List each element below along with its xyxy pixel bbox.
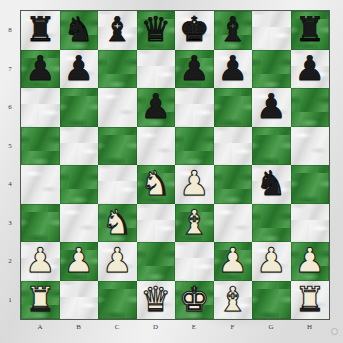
file-label-e: E: [175, 320, 214, 333]
square-b4[interactable]: [60, 165, 99, 204]
square-c5[interactable]: [98, 127, 137, 166]
square-c7[interactable]: [98, 50, 137, 89]
file-label-f: F: [214, 320, 253, 333]
square-g2[interactable]: ♟: [252, 242, 291, 281]
square-h3[interactable]: [291, 204, 330, 243]
black-knight-g4[interactable]: ♞: [256, 165, 286, 203]
square-a5[interactable]: [21, 127, 60, 166]
file-label-h: H: [291, 320, 330, 333]
white-rook-a1[interactable]: ♜: [25, 281, 55, 319]
square-f8[interactable]: ♝: [214, 11, 253, 50]
black-queen-d8[interactable]: ♛: [141, 11, 171, 49]
white-knight-c3[interactable]: ♞: [102, 204, 132, 242]
file-label-g: G: [252, 320, 291, 333]
square-f5[interactable]: [214, 127, 253, 166]
file-label-a: A: [21, 320, 60, 333]
square-h8[interactable]: ♜: [291, 11, 330, 50]
square-b3[interactable]: [60, 204, 99, 243]
file-labels: ABCDEFGH: [21, 320, 329, 333]
black-pawn-g6[interactable]: ♟: [256, 88, 286, 126]
square-e4[interactable]: ♟: [175, 165, 214, 204]
square-d8[interactable]: ♛: [137, 11, 176, 50]
square-g5[interactable]: [252, 127, 291, 166]
square-a4[interactable]: [21, 165, 60, 204]
square-d3[interactable]: [137, 204, 176, 243]
black-bishop-c8[interactable]: ♝: [102, 11, 132, 49]
square-c4[interactable]: [98, 165, 137, 204]
black-knight-b8[interactable]: ♞: [64, 11, 94, 49]
square-b2[interactable]: ♟: [60, 242, 99, 281]
square-e2[interactable]: [175, 242, 214, 281]
square-a8[interactable]: ♜: [21, 11, 60, 50]
square-g8[interactable]: [252, 11, 291, 50]
square-c1[interactable]: [98, 281, 137, 320]
square-h5[interactable]: [291, 127, 330, 166]
black-pawn-b7[interactable]: ♟: [64, 50, 94, 88]
white-pawn-h2[interactable]: ♟: [295, 242, 325, 280]
rank-label-6: 6: [0, 88, 20, 127]
rank-label-7: 7: [0, 50, 20, 89]
square-a2[interactable]: ♟: [21, 242, 60, 281]
white-bishop-e3[interactable]: ♝: [179, 204, 209, 242]
square-f3[interactable]: [214, 204, 253, 243]
chess-board[interactable]: ♜♞♝♛♚♝♜♟♟♟♟♟♟♟♞♟♞♞♝♟♟♟♟♟♟♜♛♚♝♜: [20, 10, 330, 320]
black-king-e8[interactable]: ♚: [179, 11, 209, 49]
watermark-icon: [331, 328, 338, 335]
square-b8[interactable]: ♞: [60, 11, 99, 50]
black-pawn-e7[interactable]: ♟: [179, 50, 209, 88]
square-c3[interactable]: ♞: [98, 204, 137, 243]
square-g6[interactable]: ♟: [252, 88, 291, 127]
square-f1[interactable]: ♝: [214, 281, 253, 320]
white-rook-h1[interactable]: ♜: [295, 281, 325, 319]
square-a3[interactable]: [21, 204, 60, 243]
square-h2[interactable]: ♟: [291, 242, 330, 281]
square-g1[interactable]: [252, 281, 291, 320]
white-knight-d4[interactable]: ♞: [141, 165, 171, 203]
white-pawn-b2[interactable]: ♟: [64, 242, 94, 280]
square-h7[interactable]: ♟: [291, 50, 330, 89]
chess-diagram: 87654321 ♜♞♝♛♚♝♜♟♟♟♟♟♟♟♞♟♞♞♝♟♟♟♟♟♟♜♛♚♝♜ …: [0, 0, 343, 343]
rank-label-3: 3: [0, 204, 20, 243]
rank-label-4: 4: [0, 165, 20, 204]
square-e7[interactable]: ♟: [175, 50, 214, 89]
square-e6[interactable]: [175, 88, 214, 127]
square-e8[interactable]: ♚: [175, 11, 214, 50]
black-pawn-f7[interactable]: ♟: [218, 50, 248, 88]
square-e5[interactable]: [175, 127, 214, 166]
black-pawn-d6[interactable]: ♟: [141, 88, 171, 126]
square-b1[interactable]: [60, 281, 99, 320]
square-g7[interactable]: [252, 50, 291, 89]
rank-label-1: 1: [0, 281, 20, 320]
white-pawn-c2[interactable]: ♟: [102, 242, 132, 280]
square-d2[interactable]: [137, 242, 176, 281]
square-h6[interactable]: [291, 88, 330, 127]
rank-label-2: 2: [0, 242, 20, 281]
square-d5[interactable]: [137, 127, 176, 166]
rank-labels: 87654321: [0, 11, 20, 319]
white-queen-d1[interactable]: ♛: [141, 281, 171, 319]
square-b6[interactable]: [60, 88, 99, 127]
white-pawn-a2[interactable]: ♟: [25, 242, 55, 280]
square-c2[interactable]: ♟: [98, 242, 137, 281]
file-label-b: B: [60, 320, 99, 333]
square-a1[interactable]: ♜: [21, 281, 60, 320]
square-f6[interactable]: [214, 88, 253, 127]
square-a6[interactable]: [21, 88, 60, 127]
square-f4[interactable]: [214, 165, 253, 204]
square-f7[interactable]: ♟: [214, 50, 253, 89]
white-pawn-e4[interactable]: ♟: [179, 165, 209, 203]
square-g4[interactable]: ♞: [252, 165, 291, 204]
black-pawn-h7[interactable]: ♟: [295, 50, 325, 88]
black-pawn-a7[interactable]: ♟: [25, 50, 55, 88]
square-b5[interactable]: [60, 127, 99, 166]
square-g3[interactable]: [252, 204, 291, 243]
square-c8[interactable]: ♝: [98, 11, 137, 50]
white-king-e1[interactable]: ♚: [179, 281, 209, 319]
square-d4[interactable]: ♞: [137, 165, 176, 204]
square-d6[interactable]: ♟: [137, 88, 176, 127]
black-rook-h8[interactable]: ♜: [295, 11, 325, 49]
black-bishop-f8[interactable]: ♝: [218, 11, 248, 49]
square-e1[interactable]: ♚: [175, 281, 214, 320]
file-label-d: D: [137, 320, 176, 333]
square-d7[interactable]: [137, 50, 176, 89]
square-c6[interactable]: [98, 88, 137, 127]
square-f2[interactable]: ♟: [214, 242, 253, 281]
square-h4[interactable]: [291, 165, 330, 204]
rank-label-5: 5: [0, 127, 20, 166]
square-b7[interactable]: ♟: [60, 50, 99, 89]
square-a7[interactable]: ♟: [21, 50, 60, 89]
square-e3[interactable]: ♝: [175, 204, 214, 243]
square-d1[interactable]: ♛: [137, 281, 176, 320]
white-pawn-f2[interactable]: ♟: [218, 242, 248, 280]
white-bishop-f1[interactable]: ♝: [218, 281, 248, 319]
square-h1[interactable]: ♜: [291, 281, 330, 320]
black-rook-a8[interactable]: ♜: [25, 11, 55, 49]
white-pawn-g2[interactable]: ♟: [256, 242, 286, 280]
file-label-c: C: [98, 320, 137, 333]
rank-label-8: 8: [0, 11, 20, 50]
